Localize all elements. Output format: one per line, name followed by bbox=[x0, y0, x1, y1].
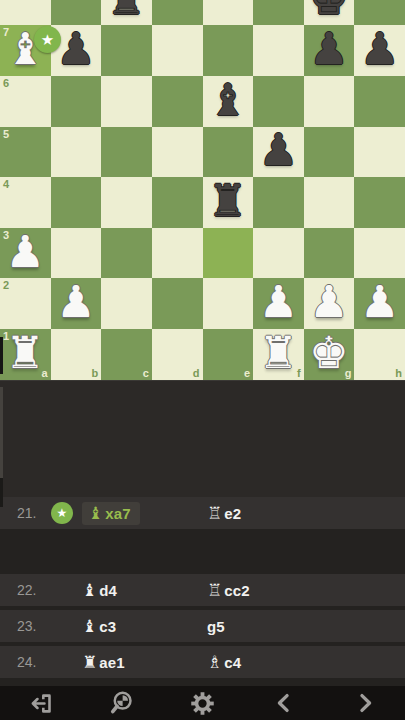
move-text: g5 bbox=[207, 618, 225, 635]
square-e1[interactable]: e bbox=[203, 329, 254, 380]
black-rook-figurine-icon: ♖ bbox=[207, 582, 222, 599]
best-move-star-badge: ★ bbox=[34, 26, 61, 53]
file-label-d: d bbox=[193, 367, 200, 379]
square-f5[interactable]: ♟ bbox=[253, 127, 304, 178]
square-d6[interactable] bbox=[152, 76, 203, 127]
square-f8[interactable] bbox=[253, 0, 304, 25]
square-d4[interactable] bbox=[152, 177, 203, 228]
move-24-white[interactable]: ♜ae1 bbox=[82, 646, 125, 678]
rank-label-4: 4 bbox=[3, 178, 9, 190]
move-list: 21.★♝xa7♖e222.♝d4♖cc223.♝c3g524.♜ae1♗c4 bbox=[0, 497, 405, 687]
scrollbar-thumb-end bbox=[0, 478, 3, 507]
square-a2[interactable]: 2 bbox=[0, 278, 51, 329]
file-label-f: f bbox=[297, 367, 301, 379]
rank-label-7: 7 bbox=[3, 26, 9, 38]
square-e5[interactable] bbox=[203, 127, 254, 178]
analysis-panel bbox=[0, 380, 405, 497]
square-h7[interactable]: ♟ bbox=[354, 25, 405, 76]
move-21-white[interactable]: ♝xa7 bbox=[82, 497, 140, 529]
square-b1[interactable]: b bbox=[51, 329, 102, 380]
square-f2[interactable]: ♟ bbox=[253, 278, 304, 329]
square-d7[interactable] bbox=[152, 25, 203, 76]
square-f3[interactable] bbox=[253, 228, 304, 279]
square-h3[interactable] bbox=[354, 228, 405, 279]
white-rook-figurine-icon: ♜ bbox=[82, 654, 97, 671]
square-c7[interactable] bbox=[101, 25, 152, 76]
black-rook: ♜ bbox=[101, 0, 152, 25]
square-h2[interactable]: ♟ bbox=[354, 278, 405, 329]
white-pawn: ♟ bbox=[304, 278, 355, 329]
square-h8[interactable] bbox=[354, 0, 405, 25]
bottom-toolbar bbox=[0, 686, 405, 720]
move-number: 24. bbox=[17, 646, 36, 678]
move-row-22: 22.♝d4♖cc2 bbox=[0, 574, 405, 606]
file-label-b: b bbox=[92, 367, 99, 379]
move-text: c4 bbox=[224, 654, 241, 671]
black-bishop: ♝ bbox=[203, 76, 254, 127]
square-f6[interactable] bbox=[253, 76, 304, 127]
square-b8[interactable] bbox=[51, 0, 102, 25]
white-bishop-figurine-icon: ♝ bbox=[88, 505, 103, 522]
square-a8[interactable]: 8 bbox=[0, 0, 51, 25]
move-text: xa7 bbox=[105, 505, 131, 522]
move-text: ae1 bbox=[99, 654, 125, 671]
file-label-g: g bbox=[345, 367, 352, 379]
white-king: ♚ bbox=[304, 329, 355, 380]
square-g6[interactable] bbox=[304, 76, 355, 127]
rank-label-1: 1 bbox=[3, 330, 9, 342]
move-number: 23. bbox=[17, 610, 36, 642]
black-king: ♚ bbox=[304, 0, 355, 25]
square-b6[interactable] bbox=[51, 76, 102, 127]
scrollbar-overlay-dark bbox=[0, 337, 3, 374]
square-e4[interactable]: ♜ bbox=[203, 177, 254, 228]
move-text: e2 bbox=[224, 505, 241, 522]
square-g1[interactable]: g♚ bbox=[304, 329, 355, 380]
move-22-black[interactable]: ♖cc2 bbox=[207, 574, 250, 606]
square-d8[interactable] bbox=[152, 0, 203, 25]
move-text: d4 bbox=[99, 582, 117, 599]
previous-move-button[interactable] bbox=[264, 688, 304, 718]
black-bishop-figurine-icon: ♗ bbox=[207, 654, 222, 671]
square-g8[interactable]: ♚ bbox=[304, 0, 355, 25]
square-e2[interactable] bbox=[203, 278, 254, 329]
magnifier-analysis-icon bbox=[108, 690, 135, 717]
square-b4[interactable] bbox=[51, 177, 102, 228]
move-list-divider bbox=[0, 529, 405, 574]
square-b2[interactable]: ♟ bbox=[51, 278, 102, 329]
square-f1[interactable]: f♜ bbox=[253, 329, 304, 380]
move-23-black[interactable]: g5 bbox=[207, 610, 225, 642]
square-h6[interactable] bbox=[354, 76, 405, 127]
rank-label-2: 2 bbox=[3, 279, 9, 291]
move-22-white[interactable]: ♝d4 bbox=[82, 574, 117, 606]
white-bishop-figurine-icon: ♝ bbox=[82, 582, 97, 599]
white-pawn: ♟ bbox=[354, 278, 405, 329]
square-g3[interactable] bbox=[304, 228, 355, 279]
square-d5[interactable] bbox=[152, 127, 203, 178]
chess-board: 8♜♚7♝♟♟♟6♝5♟4♜3♟2♟♟♟♟1a♜bcdef♜g♚h bbox=[0, 0, 405, 380]
square-c5[interactable] bbox=[101, 127, 152, 178]
square-a3[interactable]: 3♟ bbox=[0, 228, 51, 279]
square-e7[interactable] bbox=[203, 25, 254, 76]
square-a1[interactable]: 1a♜ bbox=[0, 329, 51, 380]
square-g5[interactable] bbox=[304, 127, 355, 178]
square-a4[interactable]: 4 bbox=[0, 177, 51, 228]
square-b3[interactable] bbox=[51, 228, 102, 279]
square-f4[interactable] bbox=[253, 177, 304, 228]
move-24-black[interactable]: ♗c4 bbox=[207, 646, 241, 678]
square-f7[interactable] bbox=[253, 25, 304, 76]
square-c1[interactable]: c bbox=[101, 329, 152, 380]
black-pawn: ♟ bbox=[304, 25, 355, 76]
chess-board-viewport: 8♜♚7♝♟♟♟6♝5♟4♜3♟2♟♟♟♟1a♜bcdef♜g♚h ★ bbox=[0, 0, 405, 380]
square-d1[interactable]: d bbox=[152, 329, 203, 380]
gear-icon bbox=[189, 690, 216, 717]
move-row-21: 21.★♝xa7♖e2 bbox=[0, 497, 405, 529]
current-move-highlight-box: ♝xa7 bbox=[82, 502, 140, 525]
rank-label-5: 5 bbox=[3, 128, 9, 140]
white-rook: ♜ bbox=[253, 329, 304, 380]
exit-button[interactable] bbox=[21, 688, 61, 718]
white-bishop-figurine-icon: ♝ bbox=[82, 618, 97, 635]
file-label-c: c bbox=[143, 367, 149, 379]
square-c8[interactable]: ♜ bbox=[101, 0, 152, 25]
black-rook: ♜ bbox=[203, 177, 254, 228]
square-d3[interactable] bbox=[152, 228, 203, 279]
square-h1[interactable]: h bbox=[354, 329, 405, 380]
file-label-e: e bbox=[244, 367, 250, 379]
chevron-left-icon bbox=[271, 690, 297, 716]
move-number: 22. bbox=[17, 574, 36, 606]
square-b5[interactable] bbox=[51, 127, 102, 178]
square-g7[interactable]: ♟ bbox=[304, 25, 355, 76]
move-number: 21. bbox=[17, 497, 36, 529]
square-e3[interactable] bbox=[203, 228, 254, 279]
white-pawn: ♟ bbox=[51, 278, 102, 329]
move-text: c3 bbox=[99, 618, 116, 635]
square-h5[interactable] bbox=[354, 127, 405, 178]
black-pawn: ♟ bbox=[354, 25, 405, 76]
move-23-white[interactable]: ♝c3 bbox=[82, 610, 116, 642]
square-e8[interactable] bbox=[203, 0, 254, 25]
exit-icon bbox=[27, 690, 54, 717]
square-g2[interactable]: ♟ bbox=[304, 278, 355, 329]
square-g4[interactable] bbox=[304, 177, 355, 228]
best-move-star-icon: ★ bbox=[51, 502, 73, 524]
move-row-24: 24.♜ae1♗c4 bbox=[0, 646, 405, 678]
next-move-button[interactable] bbox=[345, 688, 385, 718]
black-pawn: ♟ bbox=[253, 127, 304, 178]
square-c4[interactable] bbox=[101, 177, 152, 228]
scrollbar-thumb[interactable] bbox=[0, 387, 3, 478]
square-c6[interactable] bbox=[101, 76, 152, 127]
white-pawn: ♟ bbox=[253, 278, 304, 329]
black-rook-figurine-icon: ♖ bbox=[207, 505, 222, 522]
move-row-23: 23.♝c3g5 bbox=[0, 610, 405, 642]
move-21-black[interactable]: ♖e2 bbox=[207, 497, 241, 529]
square-d2[interactable] bbox=[152, 278, 203, 329]
square-a6[interactable]: 6 bbox=[0, 76, 51, 127]
chevron-right-icon bbox=[352, 690, 378, 716]
square-c2[interactable] bbox=[101, 278, 152, 329]
square-a5[interactable]: 5 bbox=[0, 127, 51, 178]
move-text: cc2 bbox=[224, 582, 250, 599]
white-rook: ♜ bbox=[0, 329, 51, 380]
settings-button[interactable] bbox=[183, 688, 223, 718]
white-pawn: ♟ bbox=[0, 228, 51, 279]
analysis-button[interactable] bbox=[102, 688, 142, 718]
square-h4[interactable] bbox=[354, 177, 405, 228]
square-e6[interactable]: ♝ bbox=[203, 76, 254, 127]
square-c3[interactable] bbox=[101, 228, 152, 279]
rank-label-3: 3 bbox=[3, 229, 9, 241]
rank-label-6: 6 bbox=[3, 77, 9, 89]
file-label-a: a bbox=[42, 367, 48, 379]
file-label-h: h bbox=[395, 367, 402, 379]
